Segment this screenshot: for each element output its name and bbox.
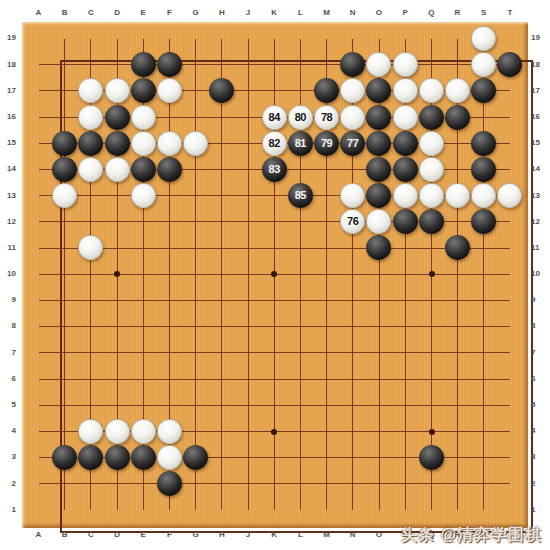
intersection (104, 209, 130, 235)
intersection (471, 25, 497, 51)
intersection (366, 261, 392, 287)
intersection (183, 340, 209, 366)
intersection (104, 418, 130, 444)
intersection (183, 183, 209, 209)
intersection (418, 471, 444, 497)
intersection (444, 287, 470, 313)
col-label: T (497, 6, 523, 20)
stone-white (131, 105, 156, 130)
intersection (497, 104, 523, 130)
col-label: D (104, 6, 130, 20)
stone-white (131, 131, 156, 156)
intersection (444, 313, 470, 339)
stone-white (366, 209, 391, 234)
stone-white (497, 183, 522, 208)
stone-black (157, 157, 182, 182)
intersection (497, 287, 523, 313)
intersection (287, 235, 313, 261)
intersection (78, 156, 104, 182)
intersection (418, 313, 444, 339)
intersection (25, 418, 51, 444)
row-label: 13 (0, 183, 20, 209)
intersection (235, 340, 261, 366)
intersection (25, 104, 51, 130)
intersection (392, 313, 418, 339)
move-number: 83 (269, 164, 280, 175)
move-number: 80 (295, 112, 306, 123)
intersection (25, 183, 51, 209)
intersection (313, 497, 339, 523)
intersection (261, 52, 287, 78)
move-number: 85 (295, 190, 306, 201)
intersection (209, 78, 235, 104)
row-label: 6 (0, 366, 20, 392)
intersection (52, 287, 78, 313)
intersection (25, 235, 51, 261)
intersection (392, 52, 418, 78)
intersection (156, 471, 182, 497)
intersection (392, 156, 418, 182)
intersection (418, 104, 444, 130)
col-label: E (130, 6, 156, 20)
intersection (287, 497, 313, 523)
intersection (313, 444, 339, 470)
intersection (235, 104, 261, 130)
intersection (444, 444, 470, 470)
intersection (261, 183, 287, 209)
intersection (392, 287, 418, 313)
intersection (25, 366, 51, 392)
intersection (497, 209, 523, 235)
intersection (183, 235, 209, 261)
col-label: L (287, 528, 313, 542)
intersection (366, 104, 392, 130)
intersection (497, 183, 523, 209)
intersection: 76 (340, 209, 366, 235)
stone-black: 85 (288, 183, 313, 208)
intersection (392, 471, 418, 497)
intersection (340, 340, 366, 366)
intersection (261, 287, 287, 313)
stone-black (314, 78, 339, 103)
column-labels-top: ABCDEFGHJKLMNOPQRST (25, 6, 523, 20)
move-number: 81 (295, 138, 306, 149)
col-label: K (261, 6, 287, 20)
stone-white (471, 26, 496, 51)
stone-white (131, 183, 156, 208)
stone-white (340, 183, 365, 208)
intersection: 80 (287, 104, 313, 130)
intersection: 79 (313, 130, 339, 156)
stone-white (393, 52, 418, 77)
row-label: 17 (531, 78, 548, 104)
intersection (104, 471, 130, 497)
intersection (104, 78, 130, 104)
intersection (444, 497, 470, 523)
intersection (392, 209, 418, 235)
intersection (52, 366, 78, 392)
intersection (156, 78, 182, 104)
intersection (340, 497, 366, 523)
stone-black (471, 78, 496, 103)
intersection (340, 287, 366, 313)
intersection (340, 25, 366, 51)
intersection (235, 25, 261, 51)
intersection (183, 156, 209, 182)
stone-black (209, 78, 234, 103)
intersection (444, 471, 470, 497)
intersection (104, 392, 130, 418)
row-label: 3 (0, 444, 20, 470)
col-label: A (25, 6, 51, 20)
intersection (209, 52, 235, 78)
stone-black (131, 157, 156, 182)
intersection (444, 235, 470, 261)
intersection (418, 287, 444, 313)
col-label: L (287, 6, 313, 20)
move-number: 82 (269, 138, 280, 149)
intersection (78, 471, 104, 497)
stone-white (445, 183, 470, 208)
intersection (340, 235, 366, 261)
intersection (25, 471, 51, 497)
row-label: 10 (0, 261, 20, 287)
move-number: 84 (269, 112, 280, 123)
intersection (130, 392, 156, 418)
stone-white (78, 105, 103, 130)
intersection (313, 25, 339, 51)
intersection (471, 183, 497, 209)
intersection (235, 287, 261, 313)
intersection (130, 471, 156, 497)
intersection (209, 392, 235, 418)
intersection (471, 313, 497, 339)
intersection (183, 366, 209, 392)
intersection (313, 392, 339, 418)
row-label: 16 (0, 104, 20, 130)
intersection (418, 130, 444, 156)
intersection (235, 156, 261, 182)
intersection (471, 104, 497, 130)
row-label: 14 (531, 156, 548, 182)
intersection (25, 392, 51, 418)
intersection (156, 209, 182, 235)
intersection (392, 444, 418, 470)
intersection (130, 444, 156, 470)
intersection (156, 497, 182, 523)
col-label: H (209, 528, 235, 542)
stone-white (471, 183, 496, 208)
intersection (209, 471, 235, 497)
intersection (130, 78, 156, 104)
intersection (444, 392, 470, 418)
intersection (418, 497, 444, 523)
move-number: 77 (347, 138, 358, 149)
intersection (156, 392, 182, 418)
stone-white (78, 419, 103, 444)
intersection (418, 366, 444, 392)
stone-black (366, 235, 391, 260)
stone-black (105, 105, 130, 130)
intersection (366, 418, 392, 444)
intersection (444, 130, 470, 156)
row-label: 18 (0, 52, 20, 78)
intersection (471, 78, 497, 104)
intersection (287, 471, 313, 497)
intersection (78, 366, 104, 392)
intersection (104, 340, 130, 366)
intersection (313, 418, 339, 444)
stone-black (445, 105, 470, 130)
intersection (52, 471, 78, 497)
intersection (52, 340, 78, 366)
intersection (104, 261, 130, 287)
row-label: 8 (531, 313, 548, 339)
intersection (104, 156, 130, 182)
stone-white (157, 419, 182, 444)
intersection (497, 497, 523, 523)
intersection (313, 235, 339, 261)
watermark: 头条 @清弈学围棋 (401, 525, 542, 546)
stone-black (105, 131, 130, 156)
stone-white (393, 183, 418, 208)
intersection (235, 313, 261, 339)
col-label: M (313, 528, 339, 542)
row-label: 19 (531, 25, 548, 51)
intersection (183, 313, 209, 339)
intersection (471, 366, 497, 392)
intersection (25, 156, 51, 182)
intersection (209, 25, 235, 51)
intersection (52, 104, 78, 130)
intersection (497, 130, 523, 156)
stone-black (366, 105, 391, 130)
intersection (78, 25, 104, 51)
intersection (392, 497, 418, 523)
intersection (25, 52, 51, 78)
stone-black (471, 157, 496, 182)
intersection (418, 78, 444, 104)
intersection (104, 52, 130, 78)
stone-black: 79 (314, 131, 339, 156)
row-label: 7 (0, 340, 20, 366)
intersection (497, 25, 523, 51)
col-label: C (78, 528, 104, 542)
intersection (313, 313, 339, 339)
intersection (366, 52, 392, 78)
stone-white (340, 78, 365, 103)
intersection (444, 156, 470, 182)
intersection (392, 340, 418, 366)
intersection (392, 261, 418, 287)
row-label: 8 (0, 313, 20, 339)
intersection (78, 287, 104, 313)
intersection (130, 25, 156, 51)
intersection (340, 52, 366, 78)
stone-white (445, 78, 470, 103)
intersection (261, 261, 287, 287)
intersection (287, 313, 313, 339)
intersection (366, 340, 392, 366)
intersection (287, 261, 313, 287)
col-label: F (156, 528, 182, 542)
intersection (156, 156, 182, 182)
col-label: F (156, 6, 182, 20)
col-label: D (104, 528, 130, 542)
intersection (313, 261, 339, 287)
stone-black (131, 445, 156, 470)
row-label: 17 (0, 78, 20, 104)
move-number: 76 (347, 216, 358, 227)
intersection (209, 104, 235, 130)
intersection (130, 235, 156, 261)
row-label: 6 (531, 366, 548, 392)
intersection (444, 418, 470, 444)
stone-black (52, 445, 77, 470)
intersection (261, 235, 287, 261)
stone-white (419, 78, 444, 103)
stone-black (52, 157, 77, 182)
row-label: 4 (531, 418, 548, 444)
intersection (366, 444, 392, 470)
intersection (52, 392, 78, 418)
intersection (209, 183, 235, 209)
intersection (25, 340, 51, 366)
row-label: 9 (531, 287, 548, 313)
intersection (497, 418, 523, 444)
intersection (340, 444, 366, 470)
intersection (497, 52, 523, 78)
intersection (183, 287, 209, 313)
intersection (471, 287, 497, 313)
intersection (130, 52, 156, 78)
row-label: 1 (0, 497, 20, 523)
intersection (287, 392, 313, 418)
intersection (130, 313, 156, 339)
intersection (156, 418, 182, 444)
intersection (130, 130, 156, 156)
intersection (261, 78, 287, 104)
intersection (366, 130, 392, 156)
intersection (287, 78, 313, 104)
col-label: P (392, 6, 418, 20)
intersection (209, 444, 235, 470)
stone-white (105, 157, 130, 182)
intersection (444, 209, 470, 235)
intersection (444, 104, 470, 130)
intersection (497, 392, 523, 418)
intersection (261, 471, 287, 497)
intersection (261, 392, 287, 418)
intersection (209, 261, 235, 287)
intersection (130, 261, 156, 287)
intersection (104, 25, 130, 51)
intersection (313, 287, 339, 313)
intersection (156, 25, 182, 51)
stone-white: 80 (288, 105, 313, 130)
intersection (209, 313, 235, 339)
intersection (366, 156, 392, 182)
intersection (313, 471, 339, 497)
intersection (183, 130, 209, 156)
stone-black (419, 209, 444, 234)
stone-black (445, 235, 470, 260)
intersection (183, 25, 209, 51)
intersection (287, 366, 313, 392)
row-label: 3 (531, 444, 548, 470)
intersection (235, 366, 261, 392)
intersection (287, 52, 313, 78)
intersection (25, 261, 51, 287)
intersection (287, 25, 313, 51)
stone-black (419, 445, 444, 470)
intersection (497, 471, 523, 497)
col-label: J (235, 6, 261, 20)
intersection (392, 418, 418, 444)
intersection: 82 (261, 130, 287, 156)
intersection (471, 392, 497, 418)
intersection (130, 156, 156, 182)
intersection (444, 366, 470, 392)
stone-white (183, 131, 208, 156)
intersection (340, 471, 366, 497)
intersection (156, 52, 182, 78)
col-label: G (183, 528, 209, 542)
intersection (235, 444, 261, 470)
intersection (78, 104, 104, 130)
intersection (497, 235, 523, 261)
intersection (78, 497, 104, 523)
row-label: 12 (531, 209, 548, 235)
intersection (104, 287, 130, 313)
intersection (313, 78, 339, 104)
intersection (104, 497, 130, 523)
col-label: C (78, 6, 104, 20)
intersection (183, 104, 209, 130)
stone-white (419, 183, 444, 208)
row-label: 7 (531, 340, 548, 366)
intersection (104, 444, 130, 470)
intersection (418, 392, 444, 418)
row-label: 15 (0, 130, 20, 156)
row-label: 13 (531, 183, 548, 209)
intersection (497, 261, 523, 287)
intersection (471, 130, 497, 156)
row-label: 4 (0, 418, 20, 444)
intersection (497, 156, 523, 182)
stone-white (52, 183, 77, 208)
intersection (287, 156, 313, 182)
intersection (340, 183, 366, 209)
intersection (209, 340, 235, 366)
stone-white (393, 78, 418, 103)
intersection (104, 235, 130, 261)
intersection (209, 156, 235, 182)
intersection (156, 235, 182, 261)
stone-white: 82 (262, 131, 287, 156)
intersection (78, 209, 104, 235)
intersection (104, 104, 130, 130)
intersection (209, 130, 235, 156)
intersection (104, 130, 130, 156)
intersection (444, 340, 470, 366)
move-number: 78 (321, 112, 332, 123)
intersection (156, 340, 182, 366)
intersection (471, 444, 497, 470)
stone-white (419, 157, 444, 182)
stone-black (78, 445, 103, 470)
row-labels-left: 19181716151413121110987654321 (0, 25, 20, 523)
